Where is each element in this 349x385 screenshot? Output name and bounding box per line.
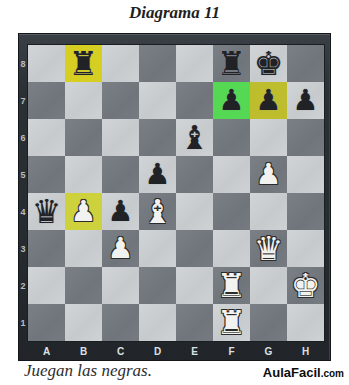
square-g4 [250,193,287,230]
square-g2 [250,267,287,304]
file-label-g: G [250,343,287,359]
square-c8 [102,45,139,82]
square-c1 [102,304,139,341]
square-h6 [287,119,324,156]
rank-label-7: 7 [18,82,28,119]
square-c4: ♟ [102,193,139,230]
file-label-h: H [287,343,324,359]
square-e5 [176,156,213,193]
square-a4: ♛ [28,193,65,230]
square-e4 [176,193,213,230]
piece-black-pawn-f7: ♟ [219,82,245,119]
square-d7 [139,82,176,119]
square-b5 [65,156,102,193]
file-label-d: D [139,343,176,359]
piece-black-bishop-e6: ♝ [180,119,210,156]
diagram-title: Diagrama 11 [0,3,349,23]
piece-black-pawn-h7: ♟ [293,82,319,119]
square-b3 [65,230,102,267]
square-e8 [176,45,213,82]
rank-label-6: 6 [18,119,28,156]
square-b7 [65,82,102,119]
file-label-f: F [213,343,250,359]
square-f6 [213,119,250,156]
square-a5 [28,156,65,193]
piece-white-pawn-g5: ♟ [256,156,282,193]
piece-white-queen-g3: ♛ [254,230,284,267]
square-g3: ♛ [250,230,287,267]
square-g7: ♟ [250,82,287,119]
square-e7 [176,82,213,119]
square-e2 [176,267,213,304]
square-c5 [102,156,139,193]
square-c7 [102,82,139,119]
file-label-a: A [28,343,65,359]
square-a1 [28,304,65,341]
rank-label-3: 3 [18,230,28,267]
piece-black-queen-a4: ♛ [32,193,62,230]
piece-black-pawn-g7: ♟ [256,82,282,119]
rank-label-4: 4 [18,193,28,230]
square-h2: ♚ [287,267,324,304]
file-labels: ABCDEFGH [28,343,324,359]
piece-black-king-g8: ♚ [254,45,284,82]
square-b4: ♟ [65,193,102,230]
square-g1 [250,304,287,341]
turn-caption: Juegan las negras. [24,361,152,381]
square-f3 [213,230,250,267]
square-d2 [139,267,176,304]
square-b2 [65,267,102,304]
chess-diagram-page: Diagrama 11 87654321 ♜♜♚♟♟♟♝♟♟♛♟♟♝♟♛♜♚♜ … [0,0,349,385]
square-h7: ♟ [287,82,324,119]
square-a7 [28,82,65,119]
square-h1 [287,304,324,341]
square-e3 [176,230,213,267]
chess-board: ♜♜♚♟♟♟♝♟♟♛♟♟♝♟♛♜♚♜ [28,45,324,341]
square-a8 [28,45,65,82]
piece-white-rook-f1: ♜ [217,304,247,341]
square-f4 [213,193,250,230]
square-b8: ♜ [65,45,102,82]
piece-black-rook-f8: ♜ [217,45,247,82]
square-e1 [176,304,213,341]
file-label-e: E [176,343,213,359]
square-c6 [102,119,139,156]
square-d5: ♟ [139,156,176,193]
square-f7: ♟ [213,82,250,119]
square-e6: ♝ [176,119,213,156]
rank-label-5: 5 [18,156,28,193]
rank-label-2: 2 [18,267,28,304]
square-f8: ♜ [213,45,250,82]
rank-label-8: 8 [18,45,28,82]
square-d6 [139,119,176,156]
watermark-suffix: .com [321,368,344,379]
square-d1 [139,304,176,341]
square-f2: ♜ [213,267,250,304]
piece-white-bishop-d4: ♝ [143,193,173,230]
square-h3 [287,230,324,267]
square-b6 [65,119,102,156]
square-c2 [102,267,139,304]
square-h8 [287,45,324,82]
square-g8: ♚ [250,45,287,82]
square-c3: ♟ [102,230,139,267]
piece-white-pawn-c3: ♟ [108,230,134,267]
square-g5: ♟ [250,156,287,193]
piece-white-pawn-b4: ♟ [71,193,97,230]
square-a3 [28,230,65,267]
square-a2 [28,267,65,304]
watermark: AulaFacil.com [263,365,344,380]
piece-black-rook-b8: ♜ [69,45,99,82]
piece-white-king-h2: ♚ [291,267,321,304]
file-label-b: B [65,343,102,359]
watermark-brand: AulaFacil [263,365,321,380]
square-a6 [28,119,65,156]
square-d8 [139,45,176,82]
file-label-c: C [102,343,139,359]
square-f1: ♜ [213,304,250,341]
piece-black-pawn-d5: ♟ [145,156,171,193]
square-d4: ♝ [139,193,176,230]
square-d3 [139,230,176,267]
square-g6 [250,119,287,156]
rank-label-1: 1 [18,304,28,341]
square-f5 [213,156,250,193]
square-h5 [287,156,324,193]
rank-labels: 87654321 [18,45,28,341]
square-h4 [287,193,324,230]
square-b1 [65,304,102,341]
piece-black-pawn-c4: ♟ [108,193,134,230]
piece-white-rook-f2: ♜ [217,267,247,304]
